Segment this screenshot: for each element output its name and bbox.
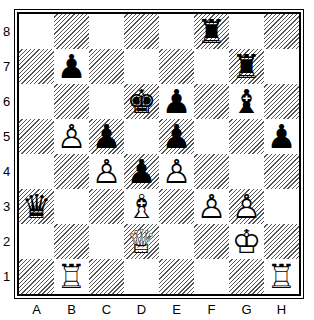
square-a1 [19,259,54,294]
white-bishop-icon: ♗ [124,189,159,224]
black-pawn-icon: ♟ [54,49,89,84]
white-pawn-icon: ♙ [159,154,194,189]
square-h4 [264,154,299,189]
square-a6 [19,84,54,119]
file-label-g: G [229,301,264,319]
rank-label-5: 5 [0,119,13,154]
rank-label-2: 2 [0,224,13,259]
square-d3: ♝♗ [124,189,159,224]
black-pawn-icon: ♟ [159,119,194,154]
black-pawn-icon: ♟ [159,84,194,119]
file-label-e: E [159,301,194,319]
black-bishop-icon: ♝ [229,84,264,119]
square-c4: ♟♙ [89,154,124,189]
square-h1: ♜♖ [264,259,299,294]
square-b4 [54,154,89,189]
chess-board: ♜♟♜♚♟♝♟♙♟♟♟♟♙♟♟♙♛♝♗♟♙♟♙♛♕♚♔♜♖♜♖ [19,14,299,294]
white-king-icon: ♔ [229,224,264,259]
white-pawn-icon: ♙ [89,154,124,189]
chess-board-inner-border: ♜♟♜♚♟♝♟♙♟♟♟♟♙♟♟♙♛♝♗♟♙♟♙♛♕♚♔♜♖♜♖ [17,12,301,296]
square-b3 [54,189,89,224]
piece-white-pawn-g3: ♟♙ [229,189,264,224]
black-rook-icon: ♜ [194,14,229,49]
square-h2 [264,224,299,259]
square-f3: ♟♙ [194,189,229,224]
piece-white-rook-h1: ♜♖ [264,259,299,294]
square-f8: ♜ [194,14,229,49]
square-d7 [124,49,159,84]
piece-white-queen-d2: ♛♕ [124,224,159,259]
piece-white-pawn-b5: ♟♙ [54,119,89,154]
square-g7: ♜ [229,49,264,84]
square-g5 [229,119,264,154]
piece-black-pawn-c5: ♟ [89,119,124,154]
piece-black-rook-f8: ♜ [194,14,229,49]
white-queen-icon: ♕ [124,224,159,259]
piece-black-pawn-b7: ♟ [54,49,89,84]
square-d8 [124,14,159,49]
piece-black-pawn-d4: ♟ [124,154,159,189]
square-b1: ♜♖ [54,259,89,294]
file-label-b: B [54,301,89,319]
square-f5 [194,119,229,154]
square-a3: ♛ [19,189,54,224]
square-d4: ♟ [124,154,159,189]
square-g4 [229,154,264,189]
square-d5 [124,119,159,154]
square-b7: ♟ [54,49,89,84]
square-e1 [159,259,194,294]
square-c8 [89,14,124,49]
square-g2: ♚♔ [229,224,264,259]
square-e3 [159,189,194,224]
piece-white-pawn-f3: ♟♙ [194,189,229,224]
square-d6: ♚ [124,84,159,119]
square-a2 [19,224,54,259]
square-g6: ♝ [229,84,264,119]
square-h5: ♟ [264,119,299,154]
square-e8 [159,14,194,49]
white-pawn-icon: ♙ [229,189,264,224]
white-rook-icon: ♖ [54,259,89,294]
square-h8 [264,14,299,49]
square-a5 [19,119,54,154]
piece-white-pawn-e4: ♟♙ [159,154,194,189]
piece-black-pawn-e6: ♟ [159,84,194,119]
rank-label-3: 3 [0,189,13,224]
white-pawn-icon: ♙ [194,189,229,224]
file-label-a: A [19,301,54,319]
chess-diagram: ♜♟♜♚♟♝♟♙♟♟♟♟♙♟♟♙♛♝♗♟♙♟♙♛♕♚♔♜♖♜♖ 87654321… [0,0,314,320]
piece-white-pawn-c4: ♟♙ [89,154,124,189]
square-a4 [19,154,54,189]
square-c7 [89,49,124,84]
square-d2: ♛♕ [124,224,159,259]
square-h3 [264,189,299,224]
black-queen-icon: ♛ [19,189,54,224]
square-g3: ♟♙ [229,189,264,224]
square-e7 [159,49,194,84]
square-f2 [194,224,229,259]
piece-white-bishop-d3: ♝♗ [124,189,159,224]
square-a8 [19,14,54,49]
square-b5: ♟♙ [54,119,89,154]
file-label-f: F [194,301,229,319]
square-b6 [54,84,89,119]
black-pawn-icon: ♟ [89,119,124,154]
rank-label-7: 7 [0,49,13,84]
rank-label-6: 6 [0,84,13,119]
black-rook-icon: ♜ [229,49,264,84]
square-f7 [194,49,229,84]
square-f4 [194,154,229,189]
white-pawn-icon: ♙ [54,119,89,154]
square-c2 [89,224,124,259]
piece-black-queen-a3: ♛ [19,189,54,224]
piece-black-rook-g7: ♜ [229,49,264,84]
black-pawn-icon: ♟ [264,119,299,154]
piece-black-pawn-e5: ♟ [159,119,194,154]
piece-black-pawn-h5: ♟ [264,119,299,154]
square-h6 [264,84,299,119]
square-e4: ♟♙ [159,154,194,189]
file-label-d: D [124,301,159,319]
square-e6: ♟ [159,84,194,119]
square-e2 [159,224,194,259]
square-c5: ♟ [89,119,124,154]
piece-black-king-d6: ♚ [124,84,159,119]
square-b2 [54,224,89,259]
rank-label-8: 8 [0,14,13,49]
square-g1 [229,259,264,294]
piece-white-king-g2: ♚♔ [229,224,264,259]
square-c3 [89,189,124,224]
white-rook-icon: ♖ [264,259,299,294]
piece-white-rook-b1: ♜♖ [54,259,89,294]
square-c6 [89,84,124,119]
chess-board-border: ♜♟♜♚♟♝♟♙♟♟♟♟♙♟♟♙♛♝♗♟♙♟♙♛♕♚♔♜♖♜♖ [14,9,304,299]
file-label-h: H [264,301,299,319]
piece-black-bishop-g6: ♝ [229,84,264,119]
rank-label-4: 4 [0,154,13,189]
black-king-icon: ♚ [124,84,159,119]
square-h7 [264,49,299,84]
rank-label-1: 1 [0,259,13,294]
file-label-c: C [89,301,124,319]
square-f6 [194,84,229,119]
square-a7 [19,49,54,84]
square-b8 [54,14,89,49]
square-f1 [194,259,229,294]
black-pawn-icon: ♟ [124,154,159,189]
square-g8 [229,14,264,49]
square-d1 [124,259,159,294]
square-c1 [89,259,124,294]
square-e5: ♟ [159,119,194,154]
